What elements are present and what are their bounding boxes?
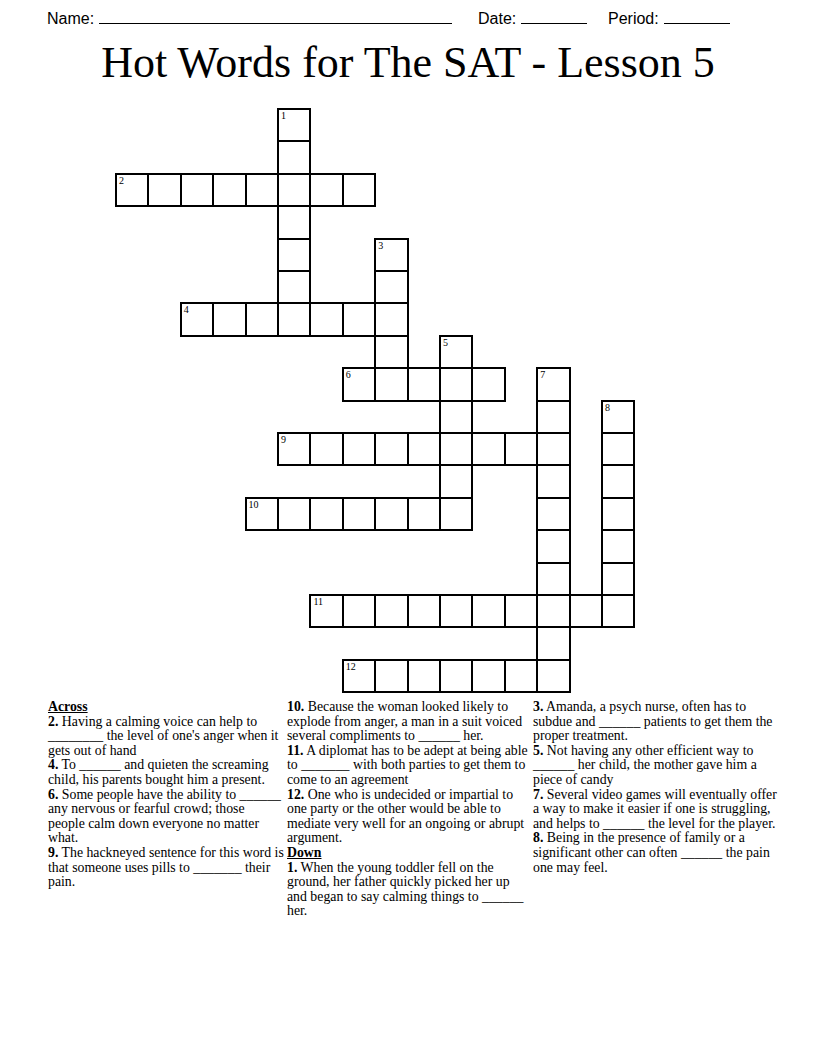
grid-cell-r10c9[interactable] <box>407 432 441 466</box>
grid-cell-r15c7[interactable] <box>342 594 376 628</box>
grid-cell-r5c8[interactable] <box>374 270 408 304</box>
grid-cell-r6c8[interactable] <box>374 302 408 336</box>
grid-cell-r7c10[interactable]: 5 <box>439 335 473 369</box>
grid-cell-r10c6[interactable] <box>309 432 343 466</box>
period-field: Period: <box>608 8 730 28</box>
grid-cell-r11c10[interactable] <box>439 464 473 498</box>
grid-cell-r2c5[interactable] <box>277 173 311 207</box>
clue-across-6: 6. Some people have the ability to _____… <box>48 788 284 846</box>
cell-number-1: 1 <box>281 110 286 121</box>
grid-cell-r13c15[interactable] <box>601 529 635 563</box>
grid-cell-r15c6[interactable]: 11 <box>309 594 343 628</box>
grid-cell-r14c15[interactable] <box>601 562 635 596</box>
grid-cell-r17c9[interactable] <box>407 659 441 693</box>
grid-cell-r17c11[interactable] <box>471 659 505 693</box>
clues-down-header: Down <box>287 846 531 861</box>
grid-cell-r6c7[interactable] <box>342 302 376 336</box>
grid-cell-r3c5[interactable] <box>277 205 311 239</box>
grid-cell-r13c13[interactable] <box>536 529 570 563</box>
cell-number-3: 3 <box>378 240 383 251</box>
cell-number-11: 11 <box>313 596 323 607</box>
clue-down-1: 1. When the young toddler fell on the gr… <box>287 861 531 919</box>
grid-cell-r17c13[interactable] <box>536 659 570 693</box>
grid-cell-r12c7[interactable] <box>342 497 376 531</box>
cell-number-10: 10 <box>249 499 259 510</box>
date-field: Date: <box>478 8 587 28</box>
grid-cell-r2c0[interactable]: 2 <box>115 173 149 207</box>
grid-cell-r6c2[interactable]: 4 <box>180 302 214 336</box>
grid-cell-r10c5[interactable]: 9 <box>277 432 311 466</box>
period-blank-line[interactable] <box>664 8 730 24</box>
clue-column-1: Across2. Having a calming voice can help… <box>48 700 284 890</box>
grid-cell-r12c6[interactable] <box>309 497 343 531</box>
grid-cell-r0c5[interactable]: 1 <box>277 108 311 142</box>
grid-cell-r15c11[interactable] <box>471 594 505 628</box>
grid-cell-r11c15[interactable] <box>601 464 635 498</box>
grid-cell-r15c14[interactable] <box>569 594 603 628</box>
grid-cell-r1c5[interactable] <box>277 140 311 174</box>
clue-across-11: 11. A diplomat has to be adept at being … <box>287 744 531 788</box>
grid-cell-r2c4[interactable] <box>245 173 279 207</box>
grid-cell-r17c12[interactable] <box>504 659 538 693</box>
grid-cell-r15c12[interactable] <box>504 594 538 628</box>
grid-cell-r5c5[interactable] <box>277 270 311 304</box>
clue-down-5: 5. Not having any other efficient way to… <box>533 744 781 788</box>
clues-across-header: Across <box>48 700 284 715</box>
clue-across-4: 4. To ______ and quieten the screaming c… <box>48 758 284 787</box>
cell-number-6: 6 <box>346 369 351 380</box>
grid-cell-r4c5[interactable] <box>277 238 311 272</box>
clue-across-2: 2. Having a calming voice can help to __… <box>48 715 284 759</box>
grid-cell-r12c8[interactable] <box>374 497 408 531</box>
grid-cell-r6c4[interactable] <box>245 302 279 336</box>
grid-cell-r10c13[interactable] <box>536 432 570 466</box>
grid-cell-r12c13[interactable] <box>536 497 570 531</box>
grid-cell-r8c7[interactable]: 6 <box>342 367 376 401</box>
grid-cell-r15c9[interactable] <box>407 594 441 628</box>
grid-cell-r8c10[interactable] <box>439 367 473 401</box>
grid-cell-r8c9[interactable] <box>407 367 441 401</box>
cell-number-2: 2 <box>119 175 124 186</box>
cell-number-7: 7 <box>540 369 545 380</box>
grid-cell-r9c10[interactable] <box>439 400 473 434</box>
grid-cell-r17c10[interactable] <box>439 659 473 693</box>
grid-cell-r10c11[interactable] <box>471 432 505 466</box>
name-blank-line[interactable] <box>99 8 452 24</box>
grid-cell-r11c13[interactable] <box>536 464 570 498</box>
grid-cell-r12c9[interactable] <box>407 497 441 531</box>
grid-cell-r12c4[interactable]: 10 <box>245 497 279 531</box>
grid-cell-r10c15[interactable] <box>601 432 635 466</box>
grid-cell-r9c13[interactable] <box>536 400 570 434</box>
cell-number-4: 4 <box>184 304 189 315</box>
cell-number-5: 5 <box>443 337 448 348</box>
grid-cell-r12c5[interactable] <box>277 497 311 531</box>
grid-cell-r12c15[interactable] <box>601 497 635 531</box>
period-label: Period: <box>608 10 659 27</box>
cell-number-9: 9 <box>281 434 286 445</box>
grid-cell-r7c8[interactable] <box>374 335 408 369</box>
clue-down-8: 8. Being in the presence of family or a … <box>533 831 781 875</box>
grid-cell-r6c5[interactable] <box>277 302 311 336</box>
grid-cell-r14c13[interactable] <box>536 562 570 596</box>
grid-cell-r10c10[interactable] <box>439 432 473 466</box>
grid-cell-r10c8[interactable] <box>374 432 408 466</box>
grid-cell-r4c8[interactable]: 3 <box>374 238 408 272</box>
grid-cell-r8c8[interactable] <box>374 367 408 401</box>
date-blank-line[interactable] <box>521 8 587 24</box>
clue-down-7: 7. Several video games will eventually o… <box>533 788 781 832</box>
grid-cell-r6c3[interactable] <box>212 302 246 336</box>
grid-cell-r2c6[interactable] <box>309 173 343 207</box>
grid-cell-r2c3[interactable] <box>212 173 246 207</box>
grid-cell-r6c6[interactable] <box>309 302 343 336</box>
grid-cell-r8c11[interactable] <box>471 367 505 401</box>
grid-cell-r8c13[interactable]: 7 <box>536 367 570 401</box>
name-label: Name: <box>47 10 94 27</box>
grid-cell-r16c13[interactable] <box>536 626 570 660</box>
name-field: Name: <box>47 8 452 28</box>
clue-across-9: 9. The hackneyed sentence for this word … <box>48 846 284 890</box>
cell-number-12: 12 <box>346 661 356 672</box>
grid-cell-r17c8[interactable] <box>374 659 408 693</box>
clue-down-3: 3. Amanda, a psych nurse, often has to s… <box>533 700 781 744</box>
grid-cell-r9c15[interactable]: 8 <box>601 400 635 434</box>
grid-cell-r12c10[interactable] <box>439 497 473 531</box>
worksheet-page: Name: Date: Period: Hot Words for The SA… <box>0 0 816 1056</box>
grid-cell-r15c8[interactable] <box>374 594 408 628</box>
grid-cell-r15c15[interactable] <box>601 594 635 628</box>
clue-column-3: 3. Amanda, a psych nurse, often has to s… <box>533 700 781 875</box>
grid-cell-r2c2[interactable] <box>180 173 214 207</box>
grid-cell-r10c7[interactable] <box>342 432 376 466</box>
grid-cell-r15c10[interactable] <box>439 594 473 628</box>
grid-cell-r10c12[interactable] <box>504 432 538 466</box>
clue-column-2: 10. Because the woman looked likely to e… <box>287 700 531 919</box>
clue-across-10: 10. Because the woman looked likely to e… <box>287 700 531 744</box>
cell-number-8: 8 <box>605 402 610 413</box>
grid-cell-r2c1[interactable] <box>147 173 181 207</box>
crossword-grid: 123456789101112 <box>115 108 637 694</box>
grid-cell-r17c7[interactable]: 12 <box>342 659 376 693</box>
grid-cell-r2c7[interactable] <box>342 173 376 207</box>
date-label: Date: <box>478 10 516 27</box>
page-title: Hot Words for The SAT - Lesson 5 <box>0 40 816 86</box>
grid-cell-r15c13[interactable] <box>536 594 570 628</box>
clue-across-12: 12. One who is undecided or impartial to… <box>287 788 531 846</box>
